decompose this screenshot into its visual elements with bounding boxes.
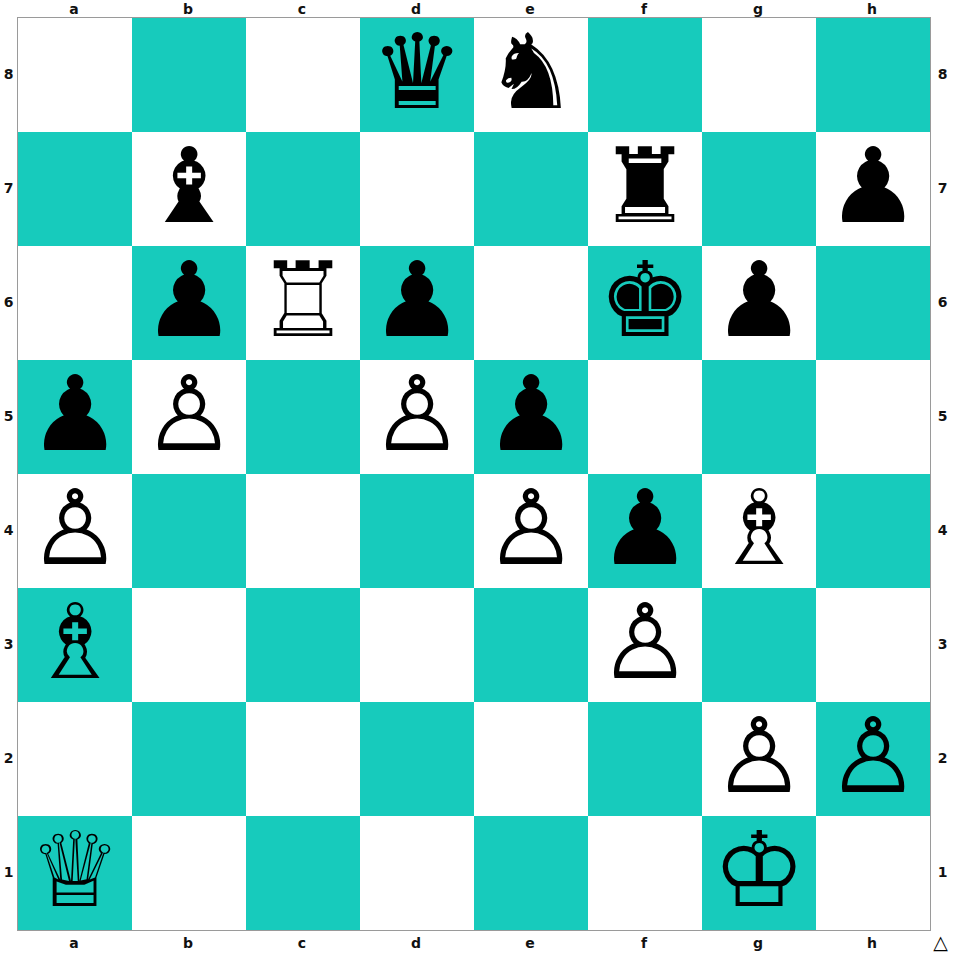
corner-right-top: [929, 0, 952, 17]
square-f1[interactable]: [588, 816, 702, 930]
black-knight[interactable]: ♞: [484, 20, 577, 124]
square-f7[interactable]: ♜: [588, 132, 702, 246]
square-e8[interactable]: ♞: [474, 18, 588, 132]
square-h4[interactable]: [816, 474, 930, 588]
square-d7[interactable]: [360, 132, 474, 246]
square-c7[interactable]: [246, 132, 360, 246]
black-bishop[interactable]: ♝: [142, 134, 235, 238]
square-g2[interactable]: ♙: [702, 702, 816, 816]
square-d3[interactable]: [360, 588, 474, 702]
square-a8[interactable]: [18, 18, 132, 132]
black-pawn[interactable]: ♟: [142, 248, 235, 352]
file-label-g-bottom: g: [701, 936, 815, 950]
white-bishop[interactable]: ♗: [28, 590, 121, 694]
rank-label-3-right: 3: [931, 637, 954, 651]
square-b4[interactable]: [132, 474, 246, 588]
rank-labels-left: 87654321: [0, 17, 17, 931]
square-f2[interactable]: [588, 702, 702, 816]
file-label-a-bottom: a: [17, 936, 131, 950]
file-label-b-bottom: b: [131, 936, 245, 950]
square-f4[interactable]: ♟: [588, 474, 702, 588]
square-c4[interactable]: [246, 474, 360, 588]
rank-label-6-right: 6: [931, 295, 954, 309]
rank-label-4-left: 4: [0, 523, 17, 537]
square-b3[interactable]: [132, 588, 246, 702]
square-g8[interactable]: [702, 18, 816, 132]
rank-label-7-right: 7: [931, 181, 954, 195]
square-b8[interactable]: [132, 18, 246, 132]
file-label-f-bottom: f: [587, 936, 701, 950]
square-b1[interactable]: [132, 816, 246, 930]
square-e1[interactable]: [474, 816, 588, 930]
black-pawn[interactable]: ♟: [484, 362, 577, 466]
corner-left-top: [0, 0, 17, 17]
square-b7[interactable]: ♝: [132, 132, 246, 246]
rank-label-2-right: 2: [931, 751, 954, 765]
square-d1[interactable]: [360, 816, 474, 930]
rank-label-3-left: 3: [0, 637, 17, 651]
black-pawn[interactable]: ♟: [28, 362, 121, 466]
square-a5[interactable]: ♟: [18, 360, 132, 474]
white-pawn[interactable]: ♙: [142, 362, 235, 466]
square-f3[interactable]: ♙: [588, 588, 702, 702]
file-label-c-bottom: c: [245, 936, 359, 950]
square-b5[interactable]: ♙: [132, 360, 246, 474]
square-g4[interactable]: ♗: [702, 474, 816, 588]
square-e6[interactable]: [474, 246, 588, 360]
white-to-move-indicator: △: [933, 933, 948, 952]
square-a1[interactable]: ♕: [18, 816, 132, 930]
square-h7[interactable]: ♟: [816, 132, 930, 246]
chess-diagram: abcdefgh 87654321 ♛♞♝♜♟♟♖♟♚♟♟♙♙♟♙♙♟♗♗♙♙♙…: [0, 0, 954, 954]
square-d8[interactable]: ♛: [360, 18, 474, 132]
white-queen[interactable]: ♕: [28, 818, 121, 922]
black-pawn[interactable]: ♟: [712, 248, 805, 352]
square-c3[interactable]: [246, 588, 360, 702]
square-d6[interactable]: ♟: [360, 246, 474, 360]
square-h5[interactable]: [816, 360, 930, 474]
rank-label-5-left: 5: [0, 409, 17, 423]
square-e2[interactable]: [474, 702, 588, 816]
square-c2[interactable]: [246, 702, 360, 816]
file-label-a-top: a: [17, 2, 131, 16]
square-h8[interactable]: [816, 18, 930, 132]
black-queen[interactable]: ♛: [370, 20, 463, 124]
corner-left-bottom: [0, 931, 17, 954]
file-label-g-top: g: [701, 2, 815, 16]
file-label-d-bottom: d: [359, 936, 473, 950]
square-a2[interactable]: [18, 702, 132, 816]
black-pawn[interactable]: ♟: [370, 248, 463, 352]
rank-label-5-right: 5: [931, 409, 954, 423]
square-g3[interactable]: [702, 588, 816, 702]
white-pawn[interactable]: ♙: [28, 476, 121, 580]
square-c8[interactable]: [246, 18, 360, 132]
square-h6[interactable]: [816, 246, 930, 360]
square-a3[interactable]: ♗: [18, 588, 132, 702]
file-labels-bottom: abcdefgh△: [0, 931, 954, 954]
file-label-d-top: d: [359, 2, 473, 16]
square-h1[interactable]: [816, 816, 930, 930]
square-e3[interactable]: [474, 588, 588, 702]
white-pawn[interactable]: ♙: [712, 704, 805, 808]
square-g5[interactable]: [702, 360, 816, 474]
black-rook[interactable]: ♜: [598, 134, 691, 238]
square-h3[interactable]: [816, 588, 930, 702]
square-c1[interactable]: [246, 816, 360, 930]
square-b2[interactable]: [132, 702, 246, 816]
square-g1[interactable]: ♔: [702, 816, 816, 930]
rank-label-8-left: 8: [0, 67, 17, 81]
square-a4[interactable]: ♙: [18, 474, 132, 588]
square-e4[interactable]: ♙: [474, 474, 588, 588]
square-f6[interactable]: ♚: [588, 246, 702, 360]
square-g6[interactable]: ♟: [702, 246, 816, 360]
square-c6[interactable]: ♖: [246, 246, 360, 360]
square-h2[interactable]: ♙: [816, 702, 930, 816]
square-a6[interactable]: [18, 246, 132, 360]
black-king[interactable]: ♚: [598, 248, 691, 352]
square-d5[interactable]: ♙: [360, 360, 474, 474]
square-d2[interactable]: [360, 702, 474, 816]
file-label-e-top: e: [473, 2, 587, 16]
rank-label-8-right: 8: [931, 67, 954, 81]
rank-label-7-left: 7: [0, 181, 17, 195]
file-label-f-top: f: [587, 2, 701, 16]
square-e7[interactable]: [474, 132, 588, 246]
square-f8[interactable]: [588, 18, 702, 132]
white-king[interactable]: ♔: [712, 818, 805, 922]
white-bishop[interactable]: ♗: [712, 476, 805, 580]
white-pawn[interactable]: ♙: [484, 476, 577, 580]
black-pawn[interactable]: ♟: [598, 476, 691, 580]
file-label-h-top: h: [815, 2, 929, 16]
file-label-h-bottom: h: [815, 936, 929, 950]
white-pawn[interactable]: ♙: [370, 362, 463, 466]
rank-label-2-left: 2: [0, 751, 17, 765]
file-label-c-top: c: [245, 2, 359, 16]
board: ♛♞♝♜♟♟♖♟♚♟♟♙♙♟♙♙♟♗♗♙♙♙♕♔: [17, 17, 931, 931]
rank-label-4-right: 4: [931, 523, 954, 537]
square-a7[interactable]: [18, 132, 132, 246]
square-b6[interactable]: ♟: [132, 246, 246, 360]
file-label-b-top: b: [131, 2, 245, 16]
square-g7[interactable]: [702, 132, 816, 246]
corner-right-bottom: △: [929, 931, 952, 954]
black-pawn[interactable]: ♟: [826, 134, 919, 238]
square-d4[interactable]: [360, 474, 474, 588]
white-pawn[interactable]: ♙: [598, 590, 691, 694]
square-e5[interactable]: ♟: [474, 360, 588, 474]
rank-label-1-left: 1: [0, 865, 17, 879]
square-f5[interactable]: [588, 360, 702, 474]
file-label-e-bottom: e: [473, 936, 587, 950]
white-pawn[interactable]: ♙: [826, 704, 919, 808]
rank-labels-right: 87654321: [931, 17, 954, 931]
rank-label-6-left: 6: [0, 295, 17, 309]
square-c5[interactable]: [246, 360, 360, 474]
rank-label-1-right: 1: [931, 865, 954, 879]
white-rook[interactable]: ♖: [256, 248, 349, 352]
file-labels-top: abcdefgh: [0, 0, 954, 17]
